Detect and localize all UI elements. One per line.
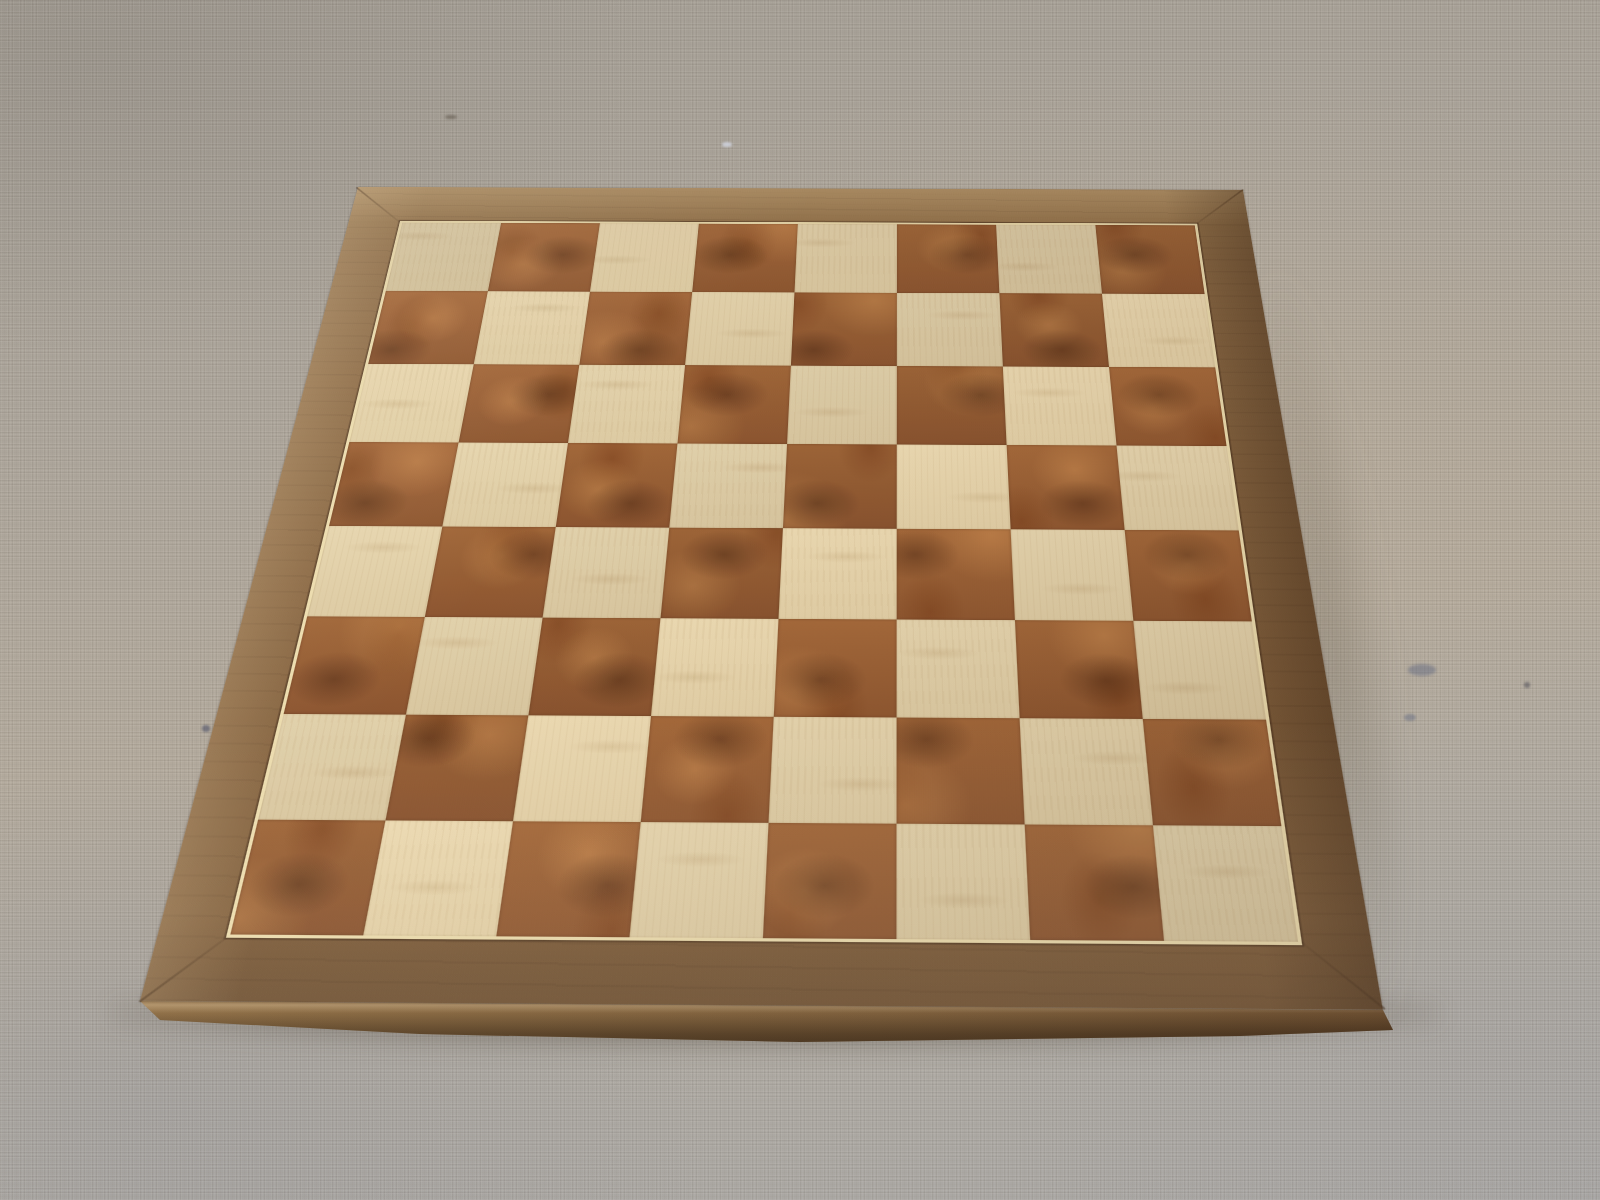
square-a7 <box>368 291 488 364</box>
frame-miter-joint <box>1195 189 1244 225</box>
square-f4 <box>897 529 1015 620</box>
square-e1 <box>763 823 897 939</box>
square-c5 <box>556 443 678 528</box>
square-b6 <box>459 364 580 443</box>
square-h4 <box>1125 530 1252 622</box>
frame-miter-joint <box>356 187 401 223</box>
square-h6 <box>1109 367 1227 446</box>
square-f2 <box>897 718 1025 825</box>
square-e2 <box>769 717 897 824</box>
square-a6 <box>349 364 473 443</box>
square-c3 <box>528 618 660 716</box>
square-e8 <box>794 224 896 293</box>
square-f6 <box>897 366 1007 445</box>
square-a5 <box>329 442 459 527</box>
square-e5 <box>783 444 897 529</box>
carpet-speck <box>722 142 732 147</box>
square-d4 <box>660 528 782 619</box>
photo-scene <box>0 0 1600 1200</box>
square-b2 <box>385 715 528 822</box>
square-a8 <box>386 223 501 292</box>
square-h2 <box>1143 719 1282 826</box>
square-f5 <box>897 445 1011 530</box>
carpet-speck <box>445 115 457 119</box>
square-a2 <box>258 714 406 821</box>
square-h3 <box>1133 621 1266 720</box>
square-a3 <box>284 616 425 714</box>
square-b3 <box>406 617 543 715</box>
chess-board <box>140 187 1383 1010</box>
square-c7 <box>579 292 692 366</box>
playing-area <box>226 221 1302 945</box>
square-h7 <box>1102 294 1215 368</box>
carpet-speck <box>1524 682 1530 688</box>
square-h5 <box>1117 446 1239 531</box>
square-a4 <box>307 526 442 617</box>
carpet-speck <box>1408 664 1436 676</box>
square-h8 <box>1095 225 1204 294</box>
square-c1 <box>496 821 640 937</box>
square-e6 <box>787 366 897 445</box>
square-b7 <box>474 291 590 364</box>
square-e7 <box>791 292 897 366</box>
square-h1 <box>1153 825 1298 942</box>
square-c4 <box>543 527 670 618</box>
square-b5 <box>442 443 568 528</box>
square-g5 <box>1007 445 1125 530</box>
carpet-speck <box>202 725 210 732</box>
square-d5 <box>669 444 787 529</box>
square-g2 <box>1020 718 1153 825</box>
square-b4 <box>425 527 556 618</box>
square-g7 <box>999 293 1109 367</box>
square-e4 <box>779 528 897 619</box>
square-d2 <box>641 716 774 823</box>
square-g3 <box>1015 620 1143 719</box>
carpet-speck <box>1404 714 1416 721</box>
square-g6 <box>1003 367 1117 446</box>
square-d8 <box>692 224 798 293</box>
square-g1 <box>1025 824 1164 940</box>
square-b1 <box>363 820 513 936</box>
square-f3 <box>897 620 1020 719</box>
square-f8 <box>897 224 999 293</box>
square-c8 <box>590 223 699 292</box>
square-b8 <box>488 223 600 292</box>
square-g4 <box>1011 529 1134 620</box>
square-a1 <box>230 820 385 936</box>
square-c6 <box>568 365 685 444</box>
square-g8 <box>996 225 1102 294</box>
frame-miter-joint <box>1300 941 1385 1010</box>
square-e3 <box>774 619 897 718</box>
square-d1 <box>630 822 769 938</box>
square-d3 <box>651 618 779 717</box>
square-d6 <box>677 365 790 444</box>
square-f7 <box>897 293 1003 367</box>
square-d7 <box>685 292 794 366</box>
square-f1 <box>896 824 1030 940</box>
square-c2 <box>513 715 651 822</box>
